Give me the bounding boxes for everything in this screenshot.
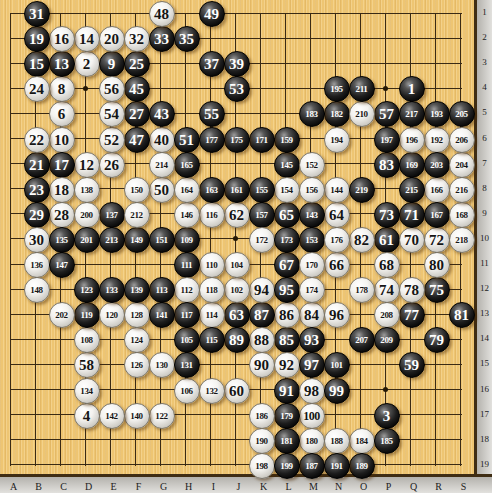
column-label-Q: Q (406, 481, 422, 492)
stone-P13: 208 (374, 302, 400, 328)
stone-N19: 191 (324, 453, 350, 479)
column-label-O: O (356, 481, 372, 492)
stone-L6: 159 (274, 127, 300, 153)
stone-E4: 56 (99, 76, 125, 102)
stone-L16: 91 (274, 378, 300, 404)
stone-P10: 61 (374, 227, 400, 253)
row-label-18: 18 (477, 434, 492, 444)
stone-B10: 30 (24, 227, 50, 253)
stone-F15: 126 (124, 352, 150, 378)
stone-G6: 40 (149, 127, 175, 153)
go-game-diagram-screen: 1234689101213141516171819202122232425262… (0, 0, 492, 493)
stone-G8: 50 (149, 177, 175, 203)
stone-S10: 218 (449, 227, 475, 253)
stone-E12: 133 (99, 277, 125, 303)
stone-J8: 161 (224, 177, 250, 203)
stone-B3: 15 (24, 51, 50, 77)
stone-L17: 179 (274, 403, 300, 429)
stone-O14: 207 (349, 327, 375, 353)
column-label-S: S (456, 481, 472, 492)
row-label-5: 5 (477, 107, 492, 117)
stone-H16: 106 (174, 378, 200, 404)
stone-G12: 113 (149, 277, 175, 303)
stone-P9: 73 (374, 202, 400, 228)
stone-S9: 168 (449, 202, 475, 228)
column-labels-strip: ABCDEFGHIJKLMNOPQRS (0, 474, 492, 493)
stone-P17: 3 (374, 403, 400, 429)
star-point (383, 387, 388, 392)
stone-B7: 21 (24, 152, 50, 178)
star-point (233, 236, 238, 241)
stone-Q4: 1 (399, 76, 425, 102)
stone-R11: 80 (424, 252, 450, 278)
stone-D2: 14 (74, 26, 100, 52)
column-label-C: C (56, 481, 72, 492)
stone-H13: 117 (174, 302, 200, 328)
stone-E2: 20 (99, 26, 125, 52)
stone-D16: 134 (74, 378, 100, 404)
stone-L12: 95 (274, 277, 300, 303)
stone-N9: 64 (324, 202, 350, 228)
column-label-P: P (381, 481, 397, 492)
stone-R12: 75 (424, 277, 450, 303)
column-label-B: B (31, 481, 47, 492)
stone-F3: 25 (124, 51, 150, 77)
stone-K17: 186 (249, 403, 275, 429)
stone-P11: 68 (374, 252, 400, 278)
stone-E3: 9 (99, 51, 125, 77)
column-label-R: R (431, 481, 447, 492)
stone-M10: 153 (299, 227, 325, 253)
stone-C13: 202 (49, 302, 75, 328)
stone-D3: 2 (74, 51, 100, 77)
stone-C11: 147 (49, 252, 75, 278)
stone-I16: 132 (199, 378, 225, 404)
stone-B8: 23 (24, 177, 50, 203)
stone-O4: 211 (349, 76, 375, 102)
stone-K12: 94 (249, 277, 275, 303)
grid-line-horizontal (11, 13, 462, 14)
stone-D13: 119 (74, 302, 100, 328)
stone-S8: 216 (449, 177, 475, 203)
stone-J13: 63 (224, 302, 250, 328)
stone-G13: 141 (149, 302, 175, 328)
stone-F13: 128 (124, 302, 150, 328)
column-label-K: K (256, 481, 272, 492)
stone-O19: 189 (349, 453, 375, 479)
stone-J6: 175 (224, 127, 250, 153)
stone-J3: 39 (224, 51, 250, 77)
row-label-14: 14 (477, 333, 492, 343)
stone-F8: 150 (124, 177, 150, 203)
row-label-2: 2 (477, 32, 492, 42)
stone-O18: 184 (349, 428, 375, 454)
stone-R6: 192 (424, 127, 450, 153)
column-label-N: N (331, 481, 347, 492)
stone-S5: 205 (449, 101, 475, 127)
stone-L18: 181 (274, 428, 300, 454)
row-label-19: 19 (477, 459, 492, 469)
row-label-1: 1 (477, 7, 492, 17)
stone-B6: 22 (24, 127, 50, 153)
stone-D10: 201 (74, 227, 100, 253)
stone-Q12: 78 (399, 277, 425, 303)
stone-M9: 143 (299, 202, 325, 228)
stone-G1: 48 (149, 1, 175, 27)
stone-D15: 58 (74, 352, 100, 378)
stone-I12: 118 (199, 277, 225, 303)
stone-J9: 62 (224, 202, 250, 228)
stone-F2: 32 (124, 26, 150, 52)
stone-I6: 177 (199, 127, 225, 153)
row-label-17: 17 (477, 409, 492, 419)
stone-R8: 166 (424, 177, 450, 203)
stone-M16: 98 (299, 378, 325, 404)
stone-P12: 74 (374, 277, 400, 303)
stone-E9: 137 (99, 202, 125, 228)
stone-N15: 101 (324, 352, 350, 378)
stone-K19: 198 (249, 453, 275, 479)
row-label-11: 11 (477, 258, 492, 268)
stone-L9: 65 (274, 202, 300, 228)
stone-K13: 87 (249, 302, 275, 328)
stone-C8: 18 (49, 177, 75, 203)
stone-I5: 55 (199, 101, 225, 127)
stone-F14: 124 (124, 327, 150, 353)
stone-K15: 90 (249, 352, 275, 378)
stone-K10: 172 (249, 227, 275, 253)
column-label-A: A (6, 481, 22, 492)
column-label-L: L (281, 481, 297, 492)
stone-S7: 204 (449, 152, 475, 178)
stone-M11: 170 (299, 252, 325, 278)
stone-S6: 206 (449, 127, 475, 153)
stone-E13: 120 (99, 302, 125, 328)
row-label-7: 7 (477, 158, 492, 168)
stone-N10: 176 (324, 227, 350, 253)
stone-F5: 27 (124, 101, 150, 127)
stone-B2: 19 (24, 26, 50, 52)
stone-H15: 131 (174, 352, 200, 378)
stone-Q10: 70 (399, 227, 425, 253)
stone-R10: 72 (424, 227, 450, 253)
stone-D14: 108 (74, 327, 100, 353)
stone-C2: 16 (49, 26, 75, 52)
stone-J11: 104 (224, 252, 250, 278)
stone-O12: 178 (349, 277, 375, 303)
stone-C3: 13 (49, 51, 75, 77)
stone-N13: 96 (324, 302, 350, 328)
stone-K14: 88 (249, 327, 275, 353)
grid-line-vertical (10, 13, 11, 466)
stone-D12: 123 (74, 277, 100, 303)
stone-M5: 183 (299, 101, 325, 127)
stone-L7: 145 (274, 152, 300, 178)
stone-D7: 12 (74, 152, 100, 178)
stone-L19: 199 (274, 453, 300, 479)
stone-N16: 99 (324, 378, 350, 404)
grid-line-horizontal (11, 464, 462, 465)
stone-G10: 151 (149, 227, 175, 253)
stone-O10: 82 (349, 227, 375, 253)
stone-I9: 116 (199, 202, 225, 228)
stone-N4: 195 (324, 76, 350, 102)
stone-G15: 130 (149, 352, 175, 378)
stone-H14: 105 (174, 327, 200, 353)
stone-C7: 17 (49, 152, 75, 178)
stone-N5: 182 (324, 101, 350, 127)
stone-F4: 45 (124, 76, 150, 102)
stone-L8: 154 (274, 177, 300, 203)
column-label-J: J (231, 481, 247, 492)
star-point (383, 86, 388, 91)
stone-N8: 144 (324, 177, 350, 203)
stone-C6: 10 (49, 127, 75, 153)
stone-F12: 139 (124, 277, 150, 303)
stone-M17: 100 (299, 403, 325, 429)
stone-N11: 66 (324, 252, 350, 278)
stone-C5: 6 (49, 101, 75, 127)
stone-O8: 219 (349, 177, 375, 203)
stone-D17: 4 (74, 403, 100, 429)
stone-R7: 203 (424, 152, 450, 178)
row-label-4: 4 (477, 82, 492, 92)
column-label-D: D (81, 481, 97, 492)
column-label-E: E (106, 481, 122, 492)
stone-Q5: 217 (399, 101, 425, 127)
stone-M13: 84 (299, 302, 325, 328)
stone-B1: 31 (24, 1, 50, 27)
stone-E17: 142 (99, 403, 125, 429)
stone-E7: 26 (99, 152, 125, 178)
column-label-F: F (131, 481, 147, 492)
stone-L11: 67 (274, 252, 300, 278)
stone-J14: 89 (224, 327, 250, 353)
stone-P18: 185 (374, 428, 400, 454)
stone-H8: 164 (174, 177, 200, 203)
stone-H12: 112 (174, 277, 200, 303)
stone-L15: 92 (274, 352, 300, 378)
stone-F9: 212 (124, 202, 150, 228)
stone-I8: 163 (199, 177, 225, 203)
stone-Q9: 71 (399, 202, 425, 228)
stone-B4: 24 (24, 76, 50, 102)
stone-G2: 33 (149, 26, 175, 52)
stone-K6: 171 (249, 127, 275, 153)
stone-N18: 188 (324, 428, 350, 454)
stone-J16: 60 (224, 378, 250, 404)
stone-M12: 174 (299, 277, 325, 303)
stone-I14: 115 (199, 327, 225, 353)
stone-G7: 214 (149, 152, 175, 178)
stone-I1: 49 (199, 1, 225, 27)
stone-E6: 52 (99, 127, 125, 153)
stone-M15: 97 (299, 352, 325, 378)
row-label-12: 12 (477, 283, 492, 293)
stone-G5: 43 (149, 101, 175, 127)
stone-Q6: 196 (399, 127, 425, 153)
row-label-3: 3 (477, 57, 492, 67)
stone-E10: 213 (99, 227, 125, 253)
stone-I3: 37 (199, 51, 225, 77)
stone-J4: 53 (224, 76, 250, 102)
stone-M7: 152 (299, 152, 325, 178)
stone-N6: 194 (324, 127, 350, 153)
column-label-G: G (156, 481, 172, 492)
stone-C9: 28 (49, 202, 75, 228)
stone-C10: 135 (49, 227, 75, 253)
stone-R5: 193 (424, 101, 450, 127)
stone-O5: 210 (349, 101, 375, 127)
stone-H6: 51 (174, 127, 200, 153)
stone-P6: 197 (374, 127, 400, 153)
stone-H9: 146 (174, 202, 200, 228)
stone-D9: 200 (74, 202, 100, 228)
stone-K9: 157 (249, 202, 275, 228)
stone-K18: 190 (249, 428, 275, 454)
stone-E5: 54 (99, 101, 125, 127)
stone-M18: 180 (299, 428, 325, 454)
stone-H11: 111 (174, 252, 200, 278)
row-label-8: 8 (477, 183, 492, 193)
stone-F6: 47 (124, 127, 150, 153)
stone-R14: 79 (424, 327, 450, 353)
row-label-15: 15 (477, 358, 492, 368)
stone-K8: 155 (249, 177, 275, 203)
stone-I13: 114 (199, 302, 225, 328)
stone-D8: 138 (74, 177, 100, 203)
row-label-16: 16 (477, 384, 492, 394)
column-label-M: M (306, 481, 322, 492)
stone-B9: 29 (24, 202, 50, 228)
row-label-13: 13 (477, 308, 492, 318)
stone-P7: 83 (374, 152, 400, 178)
stone-B12: 148 (24, 277, 50, 303)
stone-Q13: 77 (399, 302, 425, 328)
stone-F17: 140 (124, 403, 150, 429)
stone-C4: 8 (49, 76, 75, 102)
stone-M14: 93 (299, 327, 325, 353)
stone-Q7: 169 (399, 152, 425, 178)
stone-L13: 86 (274, 302, 300, 328)
row-label-9: 9 (477, 208, 492, 218)
column-label-H: H (181, 481, 197, 492)
stone-M19: 187 (299, 453, 325, 479)
stone-S13: 81 (449, 302, 475, 328)
stone-Q8: 215 (399, 177, 425, 203)
stone-B11: 136 (24, 252, 50, 278)
stone-H10: 109 (174, 227, 200, 253)
stone-M8: 156 (299, 177, 325, 203)
stone-F10: 149 (124, 227, 150, 253)
stone-G17: 122 (149, 403, 175, 429)
stone-J12: 102 (224, 277, 250, 303)
stone-Q15: 59 (399, 352, 425, 378)
stone-H2: 35 (174, 26, 200, 52)
stone-L10: 173 (274, 227, 300, 253)
row-labels-strip: 12345678910111213141516171819 (474, 0, 492, 493)
column-label-I: I (206, 481, 222, 492)
stone-P5: 57 (374, 101, 400, 127)
stone-H7: 165 (174, 152, 200, 178)
row-label-10: 10 (477, 233, 492, 243)
stone-R9: 167 (424, 202, 450, 228)
row-label-6: 6 (477, 133, 492, 143)
stone-L14: 85 (274, 327, 300, 353)
stone-P14: 209 (374, 327, 400, 353)
stone-I11: 110 (199, 252, 225, 278)
star-point (83, 86, 88, 91)
